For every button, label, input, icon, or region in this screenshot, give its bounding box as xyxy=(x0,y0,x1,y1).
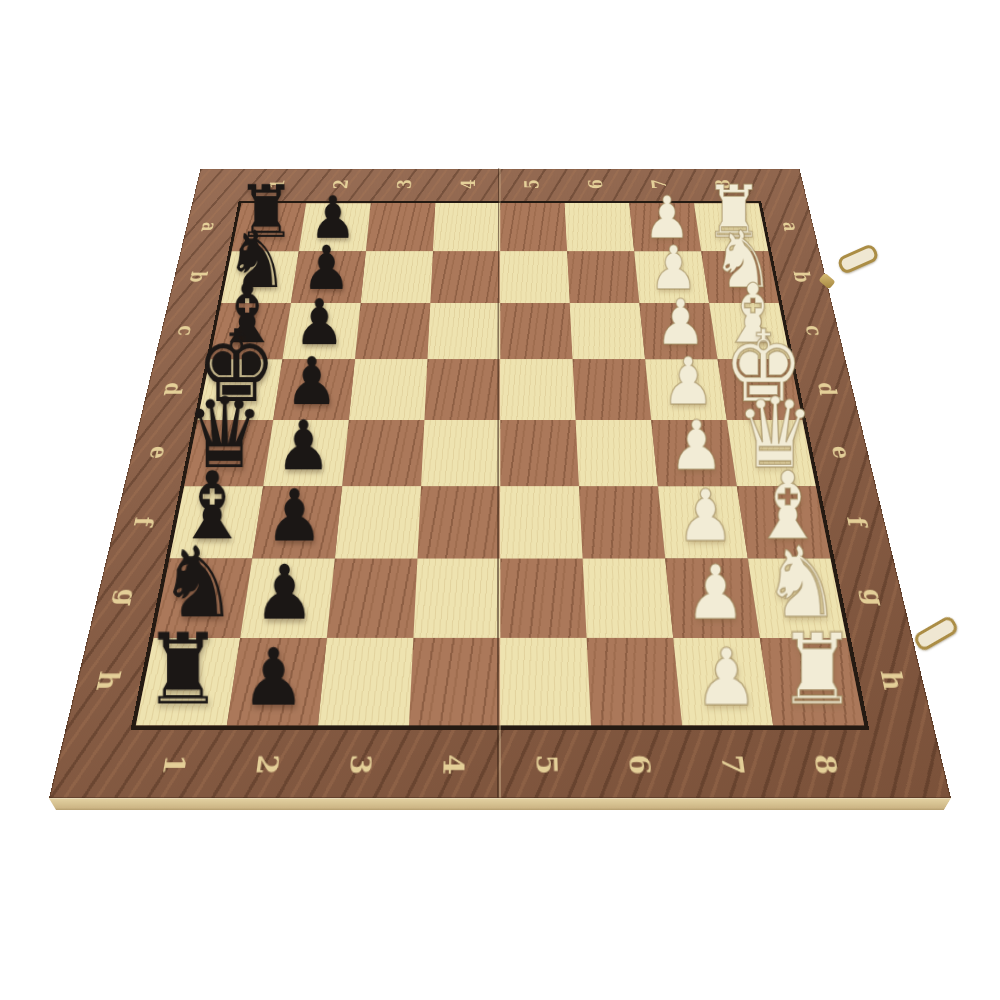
square-d8: ♚ xyxy=(718,359,803,420)
square-e7: ♟ xyxy=(651,420,737,486)
square-f1: ♝ xyxy=(170,486,264,558)
piece-black-pawn-e2: ♟ xyxy=(276,414,331,479)
square-b8: ♞ xyxy=(701,251,779,303)
square-a6 xyxy=(565,203,635,251)
square-b3 xyxy=(361,251,433,303)
coordinate-label: 2 xyxy=(228,718,304,814)
square-h6 xyxy=(587,638,682,725)
coordinate-label: 5 xyxy=(514,718,581,814)
square-b5 xyxy=(500,251,570,303)
coordinate-label: 3 xyxy=(324,718,396,814)
piece-white-pawn-c7: ♟ xyxy=(655,294,706,354)
piece-white-pawn-e7: ♟ xyxy=(669,414,724,479)
piece-white-pawn-g7: ♟ xyxy=(685,559,746,630)
piece-black-pawn-h2: ♟ xyxy=(242,642,306,717)
square-d4 xyxy=(424,359,500,420)
square-h2: ♟ xyxy=(227,638,327,725)
square-g5 xyxy=(500,559,587,638)
square-g1: ♞ xyxy=(154,559,253,638)
square-h5 xyxy=(500,638,591,725)
piece-white-pawn-f7: ♟ xyxy=(677,483,735,551)
coordinate-label: 4 xyxy=(419,718,486,814)
square-f8: ♝ xyxy=(737,486,831,558)
square-g3 xyxy=(327,559,418,638)
piece-white-rook-h8: ♜ xyxy=(777,623,856,716)
square-b6 xyxy=(567,251,639,303)
square-f7: ♟ xyxy=(658,486,748,558)
square-d5 xyxy=(500,359,576,420)
piece-black-pawn-d2: ♟ xyxy=(285,352,338,414)
square-c1: ♝ xyxy=(210,303,291,359)
square-b7: ♟ xyxy=(634,251,709,303)
piece-black-pawn-f2: ♟ xyxy=(265,483,323,551)
product-photo: 12345678 12345678 abcdefgh abcdefgh ♜♟♟♜… xyxy=(0,0,1000,1000)
piece-black-pawn-c2: ♟ xyxy=(294,294,345,354)
square-d6 xyxy=(573,359,652,420)
square-d2: ♟ xyxy=(273,359,355,420)
piece-white-king-d8: ♚ xyxy=(723,319,803,414)
square-g7: ♟ xyxy=(665,559,760,638)
square-h7: ♟ xyxy=(673,638,773,725)
piece-black-pawn-g2: ♟ xyxy=(254,559,315,630)
board-wooden-border: 12345678 12345678 abcdefgh abcdefgh ♜♟♟♜… xyxy=(49,169,951,798)
square-a4 xyxy=(433,203,500,251)
square-d3 xyxy=(349,359,428,420)
square-e5 xyxy=(500,420,579,486)
coordinate-label: 8 xyxy=(786,718,867,814)
square-a8: ♜ xyxy=(694,203,768,251)
square-c3 xyxy=(355,303,430,359)
piece-black-knight-g1: ♞ xyxy=(159,537,238,630)
coordinate-label: 7 xyxy=(695,718,771,814)
piece-black-rook-h1: ♜ xyxy=(143,623,222,716)
square-e1: ♛ xyxy=(184,420,273,486)
piece-black-king-d1: ♚ xyxy=(196,319,276,414)
square-a1: ♜ xyxy=(232,203,306,251)
square-a7: ♟ xyxy=(629,203,701,251)
square-g6 xyxy=(583,559,674,638)
square-f4 xyxy=(417,486,500,558)
square-e6 xyxy=(576,420,658,486)
square-c6 xyxy=(570,303,645,359)
square-c7: ♟ xyxy=(639,303,717,359)
piece-white-knight-g8: ♞ xyxy=(762,537,841,630)
chess-board: 12345678 12345678 abcdefgh abcdefgh ♜♟♟♜… xyxy=(49,169,951,798)
square-h4 xyxy=(409,638,500,725)
square-g2: ♟ xyxy=(240,559,335,638)
square-h3 xyxy=(318,638,413,725)
square-a3 xyxy=(366,203,436,251)
square-f6 xyxy=(579,486,665,558)
square-d1: ♚ xyxy=(198,359,283,420)
square-b1: ♞ xyxy=(221,251,299,303)
square-g4 xyxy=(413,559,500,638)
square-f3 xyxy=(335,486,421,558)
piece-white-pawn-d7: ♟ xyxy=(662,352,715,414)
square-e4 xyxy=(421,420,500,486)
square-c4 xyxy=(427,303,500,359)
square-c5 xyxy=(500,303,573,359)
square-d7: ♟ xyxy=(645,359,727,420)
square-a5 xyxy=(500,203,567,251)
coordinate-label: 6 xyxy=(605,718,677,814)
piece-white-pawn-h7: ♟ xyxy=(695,642,759,717)
fold-seam xyxy=(497,168,502,798)
square-c2: ♟ xyxy=(282,303,360,359)
square-e3 xyxy=(342,420,424,486)
square-g8: ♞ xyxy=(748,559,847,638)
square-a2: ♟ xyxy=(299,203,371,251)
square-b2: ♟ xyxy=(291,251,366,303)
square-b4 xyxy=(430,251,500,303)
brass-clasp-upper xyxy=(836,243,880,276)
square-e8: ♛ xyxy=(727,420,816,486)
square-c8: ♝ xyxy=(709,303,790,359)
square-f5 xyxy=(500,486,583,558)
square-f2: ♟ xyxy=(252,486,342,558)
square-e2: ♟ xyxy=(263,420,349,486)
